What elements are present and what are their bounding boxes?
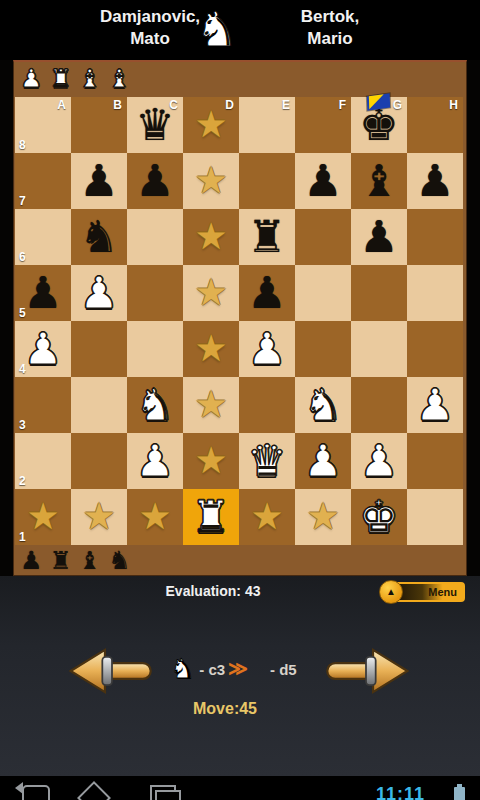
square-c6[interactable] bbox=[127, 209, 183, 265]
next-move-button[interactable] bbox=[322, 644, 410, 698]
square-e2[interactable]: ♛ bbox=[239, 433, 295, 489]
file-label-a: A bbox=[57, 98, 66, 112]
square-b3[interactable] bbox=[71, 377, 127, 433]
app-screen: Damjanovic, Mato ♞ Bertok, Mario ♟♜♝♝ A8… bbox=[0, 0, 480, 800]
square-a4[interactable]: 4♟ bbox=[15, 321, 71, 377]
square-a2[interactable]: 2 bbox=[15, 433, 71, 489]
square-d2[interactable]: ★ bbox=[183, 433, 239, 489]
piece-black-pawn: ♟ bbox=[303, 155, 342, 207]
captured-black-pawn-icon: ♟ bbox=[20, 547, 42, 575]
captured-black-bishop-icon: ♝ bbox=[79, 547, 101, 575]
rank-label-7: 7 bbox=[19, 194, 26, 208]
captured-white-rook-icon: ♜ bbox=[49, 65, 71, 93]
player-black-name: Bertok, Mario bbox=[245, 6, 415, 50]
square-b2[interactable] bbox=[71, 433, 127, 489]
move-number-label: Move:45 bbox=[140, 700, 310, 718]
move-hint-star-icon: ★ bbox=[26, 492, 59, 542]
move-hint-star-icon: ★ bbox=[194, 380, 227, 430]
square-f2[interactable]: ♟ bbox=[295, 433, 351, 489]
piece-black-pawn: ♟ bbox=[135, 155, 174, 207]
square-b1[interactable]: ★ bbox=[71, 489, 127, 545]
square-h5[interactable] bbox=[407, 265, 463, 321]
move-from-square: - c3 bbox=[199, 661, 225, 678]
piece-white-rook: ♜ bbox=[191, 491, 230, 543]
square-f8[interactable]: F bbox=[295, 97, 351, 153]
home-icon[interactable] bbox=[77, 781, 111, 800]
lower-panel: Evaluation: 43 ▲ Menu ♞ - c3 bbox=[0, 576, 480, 776]
piece-black-rook: ♜ bbox=[247, 211, 286, 263]
piece-white-queen: ♛ bbox=[247, 435, 286, 487]
square-h4[interactable] bbox=[407, 321, 463, 377]
square-c3[interactable]: ♞ bbox=[127, 377, 183, 433]
square-f5[interactable] bbox=[295, 265, 351, 321]
square-e1[interactable]: ★ bbox=[239, 489, 295, 545]
double-chevron-right-icon: ≫ bbox=[228, 654, 248, 684]
square-f3[interactable]: ♞ bbox=[295, 377, 351, 433]
up-triangle-icon: ▲ bbox=[386, 587, 396, 597]
file-label-e: E bbox=[282, 98, 290, 112]
piece-black-pawn: ♟ bbox=[415, 155, 454, 207]
square-a1[interactable]: 1★ bbox=[15, 489, 71, 545]
square-g7[interactable]: ♝ bbox=[351, 153, 407, 209]
piece-black-pawn: ♟ bbox=[247, 267, 286, 319]
player-white-line2: Mato bbox=[130, 29, 170, 48]
move-hint-star-icon: ★ bbox=[194, 212, 227, 262]
square-h8[interactable]: H bbox=[407, 97, 463, 153]
last-move-display: ♞ - c3 ≫ - d5 bbox=[162, 652, 332, 686]
move-hint-star-icon: ★ bbox=[194, 436, 227, 486]
evaluation-text: Evaluation: 43 bbox=[13, 583, 413, 599]
battery-icon bbox=[454, 787, 465, 800]
square-h6[interactable] bbox=[407, 209, 463, 265]
square-g4[interactable] bbox=[351, 321, 407, 377]
piece-white-pawn: ♟ bbox=[79, 267, 118, 319]
move-hint-star-icon: ★ bbox=[250, 492, 283, 542]
piece-white-pawn: ♟ bbox=[247, 323, 286, 375]
piece-black-pawn: ♟ bbox=[23, 267, 62, 319]
square-b8[interactable]: B bbox=[71, 97, 127, 153]
piece-black-pawn: ♟ bbox=[359, 211, 398, 263]
piece-white-pawn: ♟ bbox=[135, 435, 174, 487]
square-b5[interactable]: ♟ bbox=[71, 265, 127, 321]
square-a7[interactable]: 7 bbox=[15, 153, 71, 209]
square-e4[interactable]: ♟ bbox=[239, 321, 295, 377]
file-label-h: H bbox=[449, 98, 458, 112]
square-f6[interactable] bbox=[295, 209, 351, 265]
rank-label-2: 2 bbox=[19, 474, 26, 488]
piece-white-pawn: ♟ bbox=[359, 435, 398, 487]
square-d7[interactable]: ★ bbox=[183, 153, 239, 209]
white-knight-icon: ♞ bbox=[170, 653, 194, 685]
square-g8[interactable]: G♚ bbox=[351, 97, 407, 153]
piece-white-pawn: ♟ bbox=[23, 323, 62, 375]
square-f4[interactable] bbox=[295, 321, 351, 377]
square-c2[interactable]: ♟ bbox=[127, 433, 183, 489]
square-b6[interactable]: ♞ bbox=[71, 209, 127, 265]
square-e7[interactable] bbox=[239, 153, 295, 209]
square-f7[interactable]: ♟ bbox=[295, 153, 351, 209]
square-d8[interactable]: D★ bbox=[183, 97, 239, 153]
square-c7[interactable]: ♟ bbox=[127, 153, 183, 209]
rank-label-4: 4 bbox=[19, 362, 26, 376]
previous-move-button[interactable] bbox=[68, 644, 156, 698]
square-g5[interactable] bbox=[351, 265, 407, 321]
clock-time: 11:11 bbox=[376, 784, 440, 800]
move-hint-star-icon: ★ bbox=[194, 324, 227, 374]
square-d4[interactable]: ★ bbox=[183, 321, 239, 377]
menu-button-label[interactable]: Menu bbox=[393, 582, 465, 602]
square-g3[interactable] bbox=[351, 377, 407, 433]
square-d5[interactable]: ★ bbox=[183, 265, 239, 321]
move-hint-star-icon: ★ bbox=[194, 156, 227, 206]
captured-white-bishop-icon: ♝ bbox=[108, 65, 130, 93]
captured-black-pieces-tray: ♟♜♝♞ bbox=[20, 546, 131, 576]
square-f1[interactable]: ★ bbox=[295, 489, 351, 545]
captured-black-rook-icon: ♜ bbox=[49, 547, 71, 575]
square-b4[interactable] bbox=[71, 321, 127, 377]
square-e3[interactable] bbox=[239, 377, 295, 433]
captured-black-knight-icon: ♞ bbox=[108, 547, 130, 575]
piece-white-pawn: ♟ bbox=[415, 379, 454, 431]
square-h7[interactable]: ♟ bbox=[407, 153, 463, 209]
rank-label-6: 6 bbox=[19, 250, 26, 264]
square-d1[interactable]: ♜ bbox=[183, 489, 239, 545]
square-e8[interactable]: E bbox=[239, 97, 295, 153]
piece-black-knight: ♞ bbox=[79, 211, 118, 263]
move-to-square: - d5 bbox=[270, 661, 297, 678]
rank-label-8: 8 bbox=[19, 138, 26, 152]
move-hint-star-icon: ★ bbox=[194, 100, 227, 150]
square-d3[interactable]: ★ bbox=[183, 377, 239, 433]
player-black-line2: Mario bbox=[307, 29, 352, 48]
menu-arrow-circle-icon[interactable]: ▲ bbox=[379, 580, 403, 604]
menu-button[interactable]: ▲ Menu bbox=[379, 580, 465, 604]
piece-white-knight: ♞ bbox=[135, 379, 174, 431]
player-black-line1: Bertok, bbox=[301, 7, 360, 26]
board-frame: ♟♜♝♝ A8BC♛D★EFG♚H7♟♟★♟♝♟6♞★♜♟5♟♟★♟4♟★♟3♞… bbox=[13, 60, 467, 576]
square-a8[interactable]: A8 bbox=[15, 97, 71, 153]
move-hint-star-icon: ★ bbox=[82, 492, 115, 542]
piece-black-bishop: ♝ bbox=[359, 155, 398, 207]
chess-board[interactable]: A8BC♛D★EFG♚H7♟♟★♟♝♟6♞★♜♟5♟♟★♟4♟★♟3♞★♞♟2♟… bbox=[15, 97, 463, 545]
square-d6[interactable]: ★ bbox=[183, 209, 239, 265]
white-knight-icon: ♞ bbox=[190, 0, 244, 58]
captured-white-pawn-icon: ♟ bbox=[20, 65, 42, 93]
square-e5[interactable]: ♟ bbox=[239, 265, 295, 321]
square-a5[interactable]: 5♟ bbox=[15, 265, 71, 321]
square-g1[interactable]: ♚ bbox=[351, 489, 407, 545]
square-h1[interactable] bbox=[407, 489, 463, 545]
header: Damjanovic, Mato ♞ Bertok, Mario bbox=[0, 0, 480, 60]
android-navigation-bar: 11:11 bbox=[0, 776, 480, 800]
square-b7[interactable]: ♟ bbox=[71, 153, 127, 209]
captured-white-pieces-tray: ♟♜♝♝ bbox=[20, 64, 131, 94]
square-a3[interactable]: 3 bbox=[15, 377, 71, 433]
file-label-b: B bbox=[113, 98, 122, 112]
file-label-c: C bbox=[169, 98, 178, 112]
square-c5[interactable] bbox=[127, 265, 183, 321]
square-g6[interactable]: ♟ bbox=[351, 209, 407, 265]
move-hint-star-icon: ★ bbox=[138, 492, 171, 542]
square-a6[interactable]: 6 bbox=[15, 209, 71, 265]
piece-white-king: ♚ bbox=[359, 491, 398, 543]
file-label-f: F bbox=[339, 98, 346, 112]
captured-white-bishop-icon: ♝ bbox=[79, 65, 101, 93]
recent-apps-icon[interactable] bbox=[150, 785, 176, 800]
move-hint-star-icon: ★ bbox=[194, 268, 227, 318]
square-c4[interactable] bbox=[127, 321, 183, 377]
square-e6[interactable]: ♜ bbox=[239, 209, 295, 265]
piece-white-knight: ♞ bbox=[303, 379, 342, 431]
rank-label-3: 3 bbox=[19, 418, 26, 432]
piece-black-pawn: ♟ bbox=[79, 155, 118, 207]
square-c8[interactable]: C♛ bbox=[127, 97, 183, 153]
move-hint-star-icon: ★ bbox=[306, 492, 339, 542]
piece-white-pawn: ♟ bbox=[303, 435, 342, 487]
rank-label-1: 1 bbox=[19, 530, 26, 544]
square-h3[interactable]: ♟ bbox=[407, 377, 463, 433]
back-icon[interactable] bbox=[22, 785, 50, 800]
square-c1[interactable]: ★ bbox=[127, 489, 183, 545]
square-h2[interactable] bbox=[407, 433, 463, 489]
rank-label-5: 5 bbox=[19, 306, 26, 320]
file-label-g: G bbox=[393, 98, 402, 112]
player-white-line1: Damjanovic, bbox=[100, 7, 200, 26]
square-g2[interactable]: ♟ bbox=[351, 433, 407, 489]
